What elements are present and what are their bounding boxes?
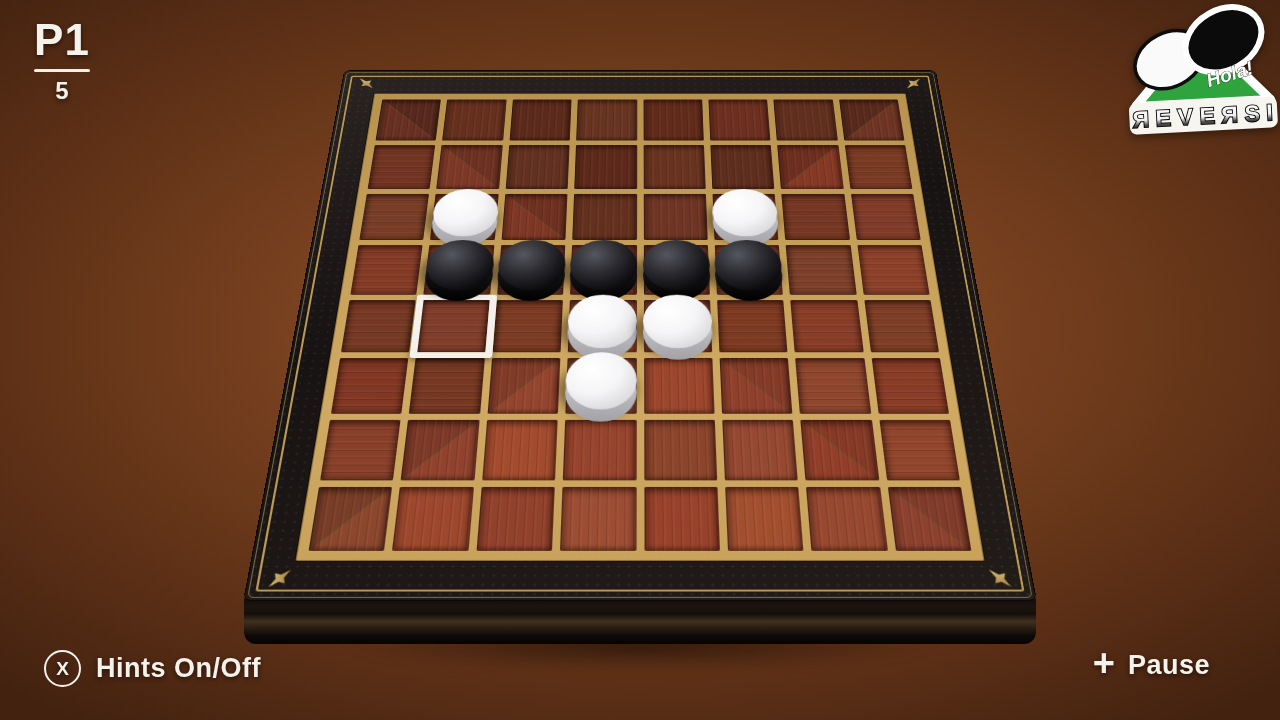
cell-h4[interactable] <box>857 245 929 294</box>
cell-h8[interactable] <box>887 487 971 551</box>
cell-d5[interactable] <box>568 300 637 353</box>
cell-e1[interactable] <box>643 100 704 141</box>
cell-f2[interactable] <box>710 145 774 189</box>
cell-d8[interactable] <box>560 487 636 551</box>
cell-e6[interactable] <box>644 358 715 414</box>
cell-d3[interactable] <box>572 194 636 240</box>
cell-f4[interactable] <box>715 245 783 294</box>
cell-d4[interactable] <box>570 245 636 294</box>
hints-label: Hints On/Off <box>96 653 261 684</box>
cell-c3[interactable] <box>501 194 567 240</box>
cell-h3[interactable] <box>851 194 921 240</box>
cell-e5[interactable] <box>644 300 713 353</box>
pause-button[interactable]: + Pause <box>1093 648 1210 682</box>
pause-label: Pause <box>1128 650 1210 681</box>
cell-g5[interactable] <box>790 300 863 353</box>
cell-a5[interactable] <box>341 300 416 353</box>
game-logo: Hola! ЯEVEЯSI <box>1124 0 1278 140</box>
player1-label: P1 <box>34 18 90 62</box>
cell-b3[interactable] <box>430 194 498 240</box>
cell-g4[interactable] <box>786 245 856 294</box>
cell-a6[interactable] <box>331 358 409 414</box>
reversi-board <box>244 71 1035 600</box>
cell-e8[interactable] <box>644 487 720 551</box>
cell-d6[interactable] <box>566 358 637 414</box>
score-divider <box>34 69 90 72</box>
cell-c1[interactable] <box>509 100 571 141</box>
cell-e4[interactable] <box>643 245 709 294</box>
cell-g6[interactable] <box>795 358 870 414</box>
cell-b1[interactable] <box>442 100 506 141</box>
board-scene <box>0 0 1280 720</box>
cell-b5[interactable] <box>417 300 490 353</box>
cell-c5[interactable] <box>492 300 563 353</box>
cell-e2[interactable] <box>643 145 705 189</box>
cell-e3[interactable] <box>643 194 707 240</box>
cell-b6[interactable] <box>409 358 484 414</box>
cell-b2[interactable] <box>437 145 503 189</box>
player1-score-panel: P1 5 <box>34 18 90 105</box>
cell-c2[interactable] <box>505 145 569 189</box>
cell-h1[interactable] <box>839 100 905 141</box>
cell-d1[interactable] <box>576 100 637 141</box>
hints-toggle-button[interactable]: X Hints On/Off <box>44 650 261 687</box>
cell-f8[interactable] <box>725 487 804 551</box>
cell-c8[interactable] <box>476 487 555 551</box>
plus-button-icon: + <box>1093 644 1115 682</box>
cell-a8[interactable] <box>309 487 393 551</box>
cell-a4[interactable] <box>350 245 422 294</box>
cell-a1[interactable] <box>375 100 441 141</box>
cell-a2[interactable] <box>368 145 436 189</box>
cell-g2[interactable] <box>777 145 843 189</box>
cell-f5[interactable] <box>717 300 788 353</box>
cell-f1[interactable] <box>708 100 770 141</box>
cell-c6[interactable] <box>487 358 560 414</box>
cell-b4[interactable] <box>424 245 494 294</box>
player1-score: 5 <box>34 77 90 105</box>
cell-h5[interactable] <box>864 300 939 353</box>
cell-h2[interactable] <box>845 145 913 189</box>
cell-d2[interactable] <box>574 145 636 189</box>
cell-a3[interactable] <box>359 194 429 240</box>
cell-g3[interactable] <box>782 194 850 240</box>
game-screen: P1 5 Hola! ЯEVEЯSI X Hints <box>0 0 1280 720</box>
cell-f6[interactable] <box>720 358 793 414</box>
board-grid <box>295 93 984 560</box>
cell-g1[interactable] <box>774 100 838 141</box>
cell-g8[interactable] <box>806 487 887 551</box>
x-button-icon: X <box>44 650 81 687</box>
cell-c4[interactable] <box>497 245 565 294</box>
cell-b8[interactable] <box>392 487 473 551</box>
cell-f3[interactable] <box>712 194 778 240</box>
cell-h6[interactable] <box>871 358 949 414</box>
